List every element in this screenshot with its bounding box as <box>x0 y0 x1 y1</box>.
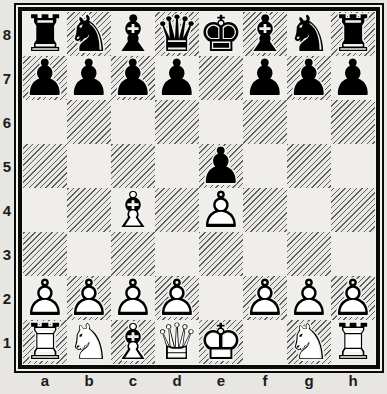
file-label-d: d <box>155 372 199 389</box>
piece-solid-glyph: ♞ <box>287 12 331 56</box>
piece-white-bishop[interactable]: ♝♗ <box>111 320 155 364</box>
piece-black-bishop[interactable]: ♝ <box>243 12 287 56</box>
square-d1[interactable]: ♛♕ <box>155 320 199 364</box>
piece-solid-glyph: ♛ <box>155 12 199 56</box>
piece-outline-glyph: ♘ <box>67 320 111 364</box>
rank-label-8: 8 <box>0 12 14 56</box>
square-h1[interactable]: ♜♖ <box>331 320 375 364</box>
square-c7[interactable]: ♟ <box>111 56 155 100</box>
piece-outline-glyph: ♙ <box>287 276 331 320</box>
piece-black-pawn[interactable]: ♟ <box>331 56 375 100</box>
square-b4[interactable] <box>67 188 111 232</box>
square-e2[interactable] <box>199 276 243 320</box>
piece-solid-glyph: ♟ <box>331 56 375 100</box>
piece-white-bishop[interactable]: ♝♗ <box>111 188 155 232</box>
square-e8[interactable]: ♚ <box>199 12 243 56</box>
square-e6[interactable] <box>199 100 243 144</box>
square-g8[interactable]: ♞ <box>287 12 331 56</box>
piece-outline-glyph: ♙ <box>67 276 111 320</box>
file-label-c: c <box>111 372 155 389</box>
piece-white-rook[interactable]: ♜♖ <box>331 320 375 364</box>
square-f4[interactable] <box>243 188 287 232</box>
square-a1[interactable]: ♜♖ <box>23 320 67 364</box>
piece-fill-glyph: ♟ <box>23 276 67 320</box>
piece-fill-glyph: ♞ <box>287 320 331 364</box>
square-g3[interactable] <box>287 232 331 276</box>
square-g1[interactable]: ♞♘ <box>287 320 331 364</box>
piece-black-king[interactable]: ♚ <box>199 12 243 56</box>
chess-board: ♜♞♝♛♚♝♞♜♟♟♟♟♟♟♟♟♝♗♟♙♟♙♟♙♟♙♟♙♟♙♟♙♟♙♜♖♞♘♝♗… <box>14 3 384 373</box>
square-c1[interactable]: ♝♗ <box>111 320 155 364</box>
square-h2[interactable]: ♟♙ <box>331 276 375 320</box>
square-a6[interactable] <box>23 100 67 144</box>
piece-fill-glyph: ♟ <box>243 276 287 320</box>
square-f1[interactable] <box>243 320 287 364</box>
file-label-e: e <box>199 372 243 389</box>
piece-white-pawn[interactable]: ♟♙ <box>331 276 375 320</box>
piece-solid-glyph: ♚ <box>199 12 243 56</box>
square-f2[interactable]: ♟♙ <box>243 276 287 320</box>
piece-black-bishop[interactable]: ♝ <box>111 12 155 56</box>
file-labels: abcdefgh <box>23 372 375 389</box>
square-f6[interactable] <box>243 100 287 144</box>
board-frame: ♜♞♝♛♚♝♞♜♟♟♟♟♟♟♟♟♝♗♟♙♟♙♟♙♟♙♟♙♟♙♟♙♟♙♜♖♞♘♝♗… <box>18 7 380 369</box>
piece-fill-glyph: ♟ <box>155 276 199 320</box>
piece-outline-glyph: ♙ <box>155 276 199 320</box>
square-c5[interactable] <box>111 144 155 188</box>
piece-outline-glyph: ♗ <box>111 188 155 232</box>
piece-solid-glyph: ♟ <box>111 56 155 100</box>
piece-outline-glyph: ♖ <box>331 320 375 364</box>
piece-fill-glyph: ♜ <box>331 320 375 364</box>
square-h5[interactable] <box>331 144 375 188</box>
piece-solid-glyph: ♟ <box>199 144 243 188</box>
piece-fill-glyph: ♟ <box>111 276 155 320</box>
board-grid: ♜♞♝♛♚♝♞♜♟♟♟♟♟♟♟♟♝♗♟♙♟♙♟♙♟♙♟♙♟♙♟♙♟♙♜♖♞♘♝♗… <box>23 12 375 364</box>
rank-label-1: 1 <box>0 320 14 364</box>
piece-fill-glyph: ♛ <box>155 320 199 364</box>
piece-outline-glyph: ♗ <box>111 320 155 364</box>
piece-outline-glyph: ♙ <box>199 188 243 232</box>
square-b7[interactable]: ♟ <box>67 56 111 100</box>
piece-outline-glyph: ♘ <box>287 320 331 364</box>
piece-fill-glyph: ♜ <box>23 320 67 364</box>
piece-black-rook[interactable]: ♜ <box>23 12 67 56</box>
square-b3[interactable] <box>67 232 111 276</box>
file-label-f: f <box>243 372 287 389</box>
piece-white-pawn[interactable]: ♟♙ <box>287 276 331 320</box>
file-label-g: g <box>287 372 331 389</box>
piece-solid-glyph: ♟ <box>67 56 111 100</box>
piece-solid-glyph: ♞ <box>67 12 111 56</box>
piece-outline-glyph: ♙ <box>331 276 375 320</box>
piece-black-pawn[interactable]: ♟ <box>287 56 331 100</box>
piece-white-pawn[interactable]: ♟♙ <box>67 276 111 320</box>
square-b8[interactable]: ♞ <box>67 12 111 56</box>
square-g7[interactable]: ♟ <box>287 56 331 100</box>
square-h6[interactable] <box>331 100 375 144</box>
square-d4[interactable] <box>155 188 199 232</box>
rank-label-2: 2 <box>0 276 14 320</box>
piece-black-knight[interactable]: ♞ <box>287 12 331 56</box>
square-a4[interactable] <box>23 188 67 232</box>
piece-fill-glyph: ♟ <box>199 188 243 232</box>
square-a8[interactable]: ♜ <box>23 12 67 56</box>
piece-white-knight[interactable]: ♞♘ <box>67 320 111 364</box>
square-b2[interactable]: ♟♙ <box>67 276 111 320</box>
rank-labels: 87654321 <box>0 12 14 364</box>
piece-white-pawn[interactable]: ♟♙ <box>199 188 243 232</box>
square-h7[interactable]: ♟ <box>331 56 375 100</box>
piece-solid-glyph: ♜ <box>331 12 375 56</box>
square-c6[interactable] <box>111 100 155 144</box>
square-e3[interactable] <box>199 232 243 276</box>
square-f7[interactable]: ♟ <box>243 56 287 100</box>
piece-fill-glyph: ♝ <box>111 320 155 364</box>
piece-white-pawn[interactable]: ♟♙ <box>243 276 287 320</box>
square-d2[interactable]: ♟♙ <box>155 276 199 320</box>
piece-white-pawn[interactable]: ♟♙ <box>155 276 199 320</box>
piece-white-pawn[interactable]: ♟♙ <box>23 276 67 320</box>
square-c8[interactable]: ♝ <box>111 12 155 56</box>
piece-black-pawn[interactable]: ♟ <box>23 56 67 100</box>
square-d8[interactable]: ♛ <box>155 12 199 56</box>
square-h8[interactable]: ♜ <box>331 12 375 56</box>
square-h4[interactable] <box>331 188 375 232</box>
square-f3[interactable] <box>243 232 287 276</box>
piece-fill-glyph: ♞ <box>67 320 111 364</box>
piece-black-pawn[interactable]: ♟ <box>67 56 111 100</box>
piece-black-knight[interactable]: ♞ <box>67 12 111 56</box>
rank-label-5: 5 <box>0 144 14 188</box>
piece-fill-glyph: ♟ <box>67 276 111 320</box>
chess-diagram: 87654321 ♜♞♝♛♚♝♞♜♟♟♟♟♟♟♟♟♝♗♟♙♟♙♟♙♟♙♟♙♟♙♟… <box>0 0 387 394</box>
piece-solid-glyph: ♝ <box>111 12 155 56</box>
square-g5[interactable] <box>287 144 331 188</box>
square-f8[interactable]: ♝ <box>243 12 287 56</box>
square-d3[interactable] <box>155 232 199 276</box>
square-d5[interactable] <box>155 144 199 188</box>
piece-black-pawn[interactable]: ♟ <box>111 56 155 100</box>
square-c3[interactable] <box>111 232 155 276</box>
file-label-h: h <box>331 372 375 389</box>
file-label-a: a <box>23 372 67 389</box>
piece-black-pawn[interactable]: ♟ <box>199 144 243 188</box>
piece-outline-glyph: ♔ <box>199 320 243 364</box>
square-e4[interactable]: ♟♙ <box>199 188 243 232</box>
rank-label-4: 4 <box>0 188 14 232</box>
square-f5[interactable] <box>243 144 287 188</box>
piece-outline-glyph: ♖ <box>23 320 67 364</box>
square-c4[interactable]: ♝♗ <box>111 188 155 232</box>
piece-fill-glyph: ♟ <box>287 276 331 320</box>
square-b1[interactable]: ♞♘ <box>67 320 111 364</box>
piece-outline-glyph: ♕ <box>155 320 199 364</box>
square-a2[interactable]: ♟♙ <box>23 276 67 320</box>
piece-solid-glyph: ♝ <box>243 12 287 56</box>
square-e5[interactable]: ♟ <box>199 144 243 188</box>
square-b5[interactable] <box>67 144 111 188</box>
rank-label-3: 3 <box>0 232 14 276</box>
piece-fill-glyph: ♝ <box>111 188 155 232</box>
piece-fill-glyph: ♟ <box>331 276 375 320</box>
piece-solid-glyph: ♟ <box>287 56 331 100</box>
square-e7[interactable] <box>199 56 243 100</box>
piece-solid-glyph: ♜ <box>23 12 67 56</box>
piece-fill-glyph: ♚ <box>199 320 243 364</box>
file-label-b: b <box>67 372 111 389</box>
piece-outline-glyph: ♙ <box>23 276 67 320</box>
square-h3[interactable] <box>331 232 375 276</box>
square-g2[interactable]: ♟♙ <box>287 276 331 320</box>
piece-white-queen[interactable]: ♛♕ <box>155 320 199 364</box>
square-a3[interactable] <box>23 232 67 276</box>
piece-outline-glyph: ♙ <box>111 276 155 320</box>
piece-solid-glyph: ♟ <box>243 56 287 100</box>
square-b6[interactable] <box>67 100 111 144</box>
piece-solid-glyph: ♟ <box>155 56 199 100</box>
piece-white-rook[interactable]: ♜♖ <box>23 320 67 364</box>
piece-black-pawn[interactable]: ♟ <box>155 56 199 100</box>
square-d7[interactable]: ♟ <box>155 56 199 100</box>
piece-white-knight[interactable]: ♞♘ <box>287 320 331 364</box>
square-a7[interactable]: ♟ <box>23 56 67 100</box>
piece-white-king[interactable]: ♚♔ <box>199 320 243 364</box>
piece-black-rook[interactable]: ♜ <box>331 12 375 56</box>
square-g4[interactable] <box>287 188 331 232</box>
rank-label-7: 7 <box>0 56 14 100</box>
square-d6[interactable] <box>155 100 199 144</box>
square-a5[interactable] <box>23 144 67 188</box>
piece-black-queen[interactable]: ♛ <box>155 12 199 56</box>
rank-label-6: 6 <box>0 100 14 144</box>
square-g6[interactable] <box>287 100 331 144</box>
piece-outline-glyph: ♙ <box>243 276 287 320</box>
piece-black-pawn[interactable]: ♟ <box>243 56 287 100</box>
piece-solid-glyph: ♟ <box>23 56 67 100</box>
piece-white-pawn[interactable]: ♟♙ <box>111 276 155 320</box>
square-c2[interactable]: ♟♙ <box>111 276 155 320</box>
square-e1[interactable]: ♚♔ <box>199 320 243 364</box>
